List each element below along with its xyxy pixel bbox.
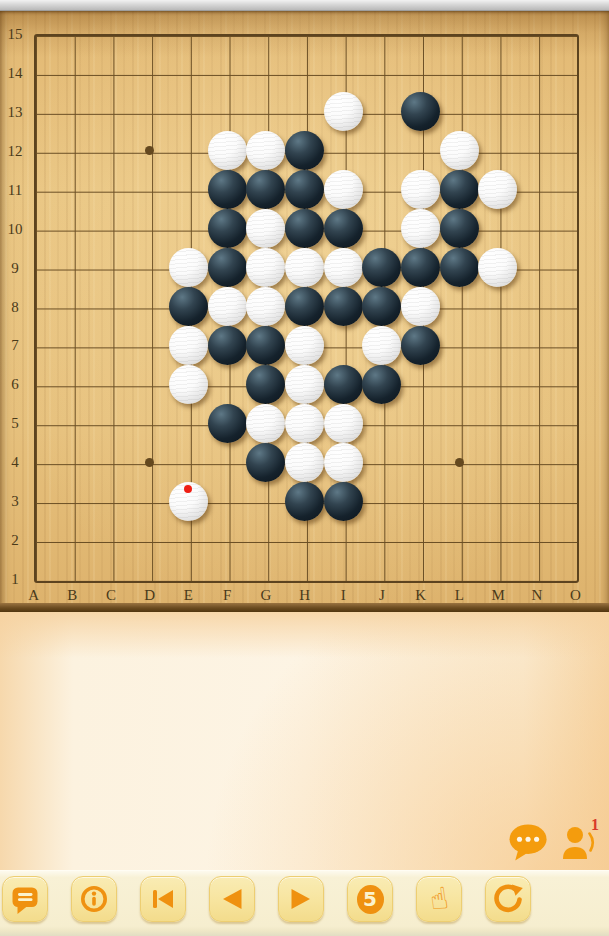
stone-black-G4: [246, 443, 285, 482]
stone-black-F7: [208, 326, 247, 365]
window-top-strip: [0, 0, 609, 11]
stone-black-H8: [285, 287, 324, 326]
stone-white-F12: [208, 131, 247, 170]
col-label-N: N: [524, 586, 550, 604]
col-label-M: M: [485, 586, 511, 604]
stone-white-G10: [246, 209, 285, 248]
stone-black-F10: [208, 209, 247, 248]
app-screen: 151413121110987654321ABCDEFGHIJKLMNO: [0, 0, 609, 936]
stone-white-E7: [169, 326, 208, 365]
col-label-O: O: [563, 586, 589, 604]
stone-white-I11: [324, 170, 363, 209]
stone-white-H9: [285, 248, 324, 287]
row-label-6: 6: [2, 375, 28, 393]
row-label-13: 13: [2, 103, 28, 121]
circle-number-icon: 5: [357, 885, 384, 914]
stone-black-J9: [362, 248, 401, 287]
move-count-label: 5: [363, 889, 377, 909]
stone-black-H3: [285, 482, 324, 521]
stone-white-I9: [324, 248, 363, 287]
stone-black-E8: [169, 287, 208, 326]
triangle-right-icon: [285, 883, 317, 915]
stone-white-J7: [362, 326, 401, 365]
row-label-10: 10: [2, 220, 28, 238]
row-label-2: 2: [2, 531, 28, 549]
stone-white-I13: [324, 92, 363, 131]
stone-black-L9: [440, 248, 479, 287]
stone-black-G6: [246, 365, 285, 404]
stone-black-I10: [324, 209, 363, 248]
pointer-tool-button[interactable]: ☝: [416, 876, 462, 922]
stone-black-J6: [362, 365, 401, 404]
stone-white-M9: [478, 248, 517, 287]
stone-black-H10: [285, 209, 324, 248]
info-circle-icon: [78, 883, 110, 915]
col-label-A: A: [21, 586, 47, 604]
row-label-12: 12: [2, 142, 28, 160]
stone-black-G7: [246, 326, 285, 365]
stone-white-L12: [440, 131, 479, 170]
stone-black-L10: [440, 209, 479, 248]
stone-white-G8: [246, 287, 285, 326]
skip-to-start-button[interactable]: [140, 876, 186, 922]
stone-black-F11: [208, 170, 247, 209]
row-label-9: 9: [2, 259, 28, 277]
stone-white-G9: [246, 248, 285, 287]
col-label-G: G: [253, 586, 279, 604]
stone-white-K11: [401, 170, 440, 209]
stone-black-K9: [401, 248, 440, 287]
stone-black-K13: [401, 92, 440, 131]
stone-black-K7: [401, 326, 440, 365]
col-label-C: C: [98, 586, 124, 604]
col-label-J: J: [369, 586, 395, 604]
stone-white-H4: [285, 443, 324, 482]
stone-black-G11: [246, 170, 285, 209]
stone-white-H5: [285, 404, 324, 443]
stone-white-E3: [169, 482, 208, 521]
player-badge-icon[interactable]: 1: [561, 824, 595, 862]
stone-white-H6: [285, 365, 324, 404]
row-label-8: 8: [2, 298, 28, 316]
bottom-toolbar: 5 ☝: [0, 870, 609, 936]
col-label-L: L: [446, 586, 472, 604]
row-label-15: 15: [2, 25, 28, 43]
lower-panel: 1: [0, 612, 609, 870]
stone-black-F9: [208, 248, 247, 287]
last-move-marker: [184, 485, 192, 493]
col-label-E: E: [175, 586, 201, 604]
row-label-11: 11: [2, 181, 28, 199]
skip-start-icon: [147, 883, 179, 915]
stone-white-K8: [401, 287, 440, 326]
row-label-5: 5: [2, 414, 28, 432]
stone-white-I4: [324, 443, 363, 482]
col-label-H: H: [292, 586, 318, 604]
col-label-B: B: [59, 586, 85, 604]
stone-black-I3: [324, 482, 363, 521]
col-label-K: K: [408, 586, 434, 604]
stone-white-G5: [246, 404, 285, 443]
stone-black-I6: [324, 365, 363, 404]
move-count-button[interactable]: 5: [347, 876, 393, 922]
row-label-14: 14: [2, 64, 28, 82]
stone-white-E9: [169, 248, 208, 287]
row-label-3: 3: [2, 492, 28, 510]
col-label-D: D: [137, 586, 163, 604]
board-bottom-edge: [0, 603, 609, 612]
step-back-button[interactable]: [209, 876, 255, 922]
triangle-left-icon: [216, 883, 248, 915]
stone-black-I8: [324, 287, 363, 326]
stone-black-L11: [440, 170, 479, 209]
step-forward-button[interactable]: [278, 876, 324, 922]
restart-button[interactable]: [485, 876, 531, 922]
stone-black-H12: [285, 131, 324, 170]
redo-circular-arrow-icon: [492, 883, 524, 915]
stone-white-E6: [169, 365, 208, 404]
star-point-L4: [455, 458, 464, 467]
gomoku-board[interactable]: 151413121110987654321ABCDEFGHIJKLMNO: [0, 11, 609, 612]
unread-count-badge: 1: [591, 816, 599, 834]
stone-white-H7: [285, 326, 324, 365]
chat-button[interactable]: [2, 876, 48, 922]
stone-black-H11: [285, 170, 324, 209]
stone-white-G12: [246, 131, 285, 170]
stone-white-M11: [478, 170, 517, 209]
stone-black-J8: [362, 287, 401, 326]
stones-grid[interactable]: [14, 15, 595, 599]
row-label-4: 4: [2, 453, 28, 471]
stone-white-F8: [208, 287, 247, 326]
chat-bubble-icon[interactable]: [507, 824, 551, 862]
stone-white-I5: [324, 404, 363, 443]
col-label-F: F: [214, 586, 240, 604]
star-point-D12: [145, 146, 154, 155]
hand-pointer-icon: ☝: [428, 883, 450, 915]
speech-bubble-lines-icon: [9, 883, 41, 915]
star-point-D4: [145, 458, 154, 467]
stone-white-K10: [401, 209, 440, 248]
col-label-I: I: [330, 586, 356, 604]
info-button[interactable]: [71, 876, 117, 922]
stone-black-F5: [208, 404, 247, 443]
row-label-7: 7: [2, 336, 28, 354]
